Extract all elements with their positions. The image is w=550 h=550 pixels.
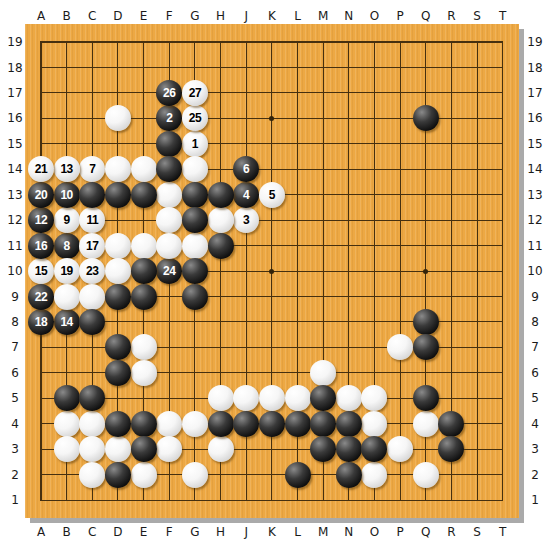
col-label-J-top: J (244, 9, 248, 23)
white-stone-C11: 17 (79, 233, 105, 259)
col-label-O-top: O (370, 9, 379, 23)
row-label-15-right: 15 (527, 137, 542, 151)
col-label-K-top: K (268, 9, 276, 23)
white-stone-H5 (208, 385, 234, 411)
white-stone-Q2 (413, 462, 439, 488)
move-number: 24 (163, 264, 175, 278)
black-stone-H13 (208, 182, 234, 208)
move-number: 25 (189, 111, 201, 125)
move-number: 2 (166, 111, 172, 125)
col-label-H-bottom: H (216, 525, 225, 539)
row-label-8-right: 8 (531, 315, 539, 329)
col-label-E-bottom: E (140, 525, 148, 539)
col-label-P-bottom: P (396, 525, 403, 539)
move-number: 9 (64, 213, 70, 227)
white-stone-O4 (361, 411, 387, 437)
move-number: 5 (269, 188, 275, 202)
white-stone-O2 (361, 462, 387, 488)
white-stone-G16: 25 (182, 105, 208, 131)
black-stone-E10 (131, 258, 157, 284)
row-label-19-right: 19 (527, 35, 542, 49)
row-label-6-left: 6 (11, 366, 19, 380)
col-label-T-top: T (499, 9, 506, 23)
col-label-D-bottom: D (113, 525, 122, 539)
white-stone-K13: 5 (259, 182, 285, 208)
white-stone-N5 (336, 385, 362, 411)
row-label-2-left: 2 (11, 468, 19, 482)
white-stone-G17: 27 (182, 80, 208, 106)
black-stone-E9 (131, 284, 157, 310)
black-stone-Q16 (413, 105, 439, 131)
black-stone-Q7 (413, 334, 439, 360)
row-label-1-left: 1 (11, 493, 19, 507)
white-stone-B10: 19 (54, 258, 80, 284)
row-label-3-right: 3 (531, 442, 539, 456)
black-stone-A12: 12 (28, 207, 54, 233)
row-label-15-left: 15 (7, 137, 22, 151)
row-label-6-right: 6 (531, 366, 539, 380)
white-stone-A10: 15 (28, 258, 54, 284)
black-stone-J13: 4 (233, 182, 259, 208)
move-number: 13 (60, 162, 72, 176)
move-number: 16 (35, 239, 47, 253)
row-label-2-right: 2 (531, 468, 539, 482)
black-stone-B8: 14 (54, 309, 80, 335)
black-stone-D9 (105, 284, 131, 310)
row-label-7-left: 7 (11, 340, 19, 354)
col-label-K-bottom: K (268, 525, 276, 539)
move-number: 15 (35, 264, 47, 278)
col-label-P-top: P (396, 9, 403, 23)
col-label-Q-bottom: Q (421, 525, 430, 539)
col-label-L-bottom: L (294, 525, 301, 539)
row-label-9-left: 9 (11, 290, 19, 304)
white-stone-F11 (156, 233, 182, 259)
move-number: 7 (89, 162, 95, 176)
star-point (423, 269, 428, 274)
white-stone-G11 (182, 233, 208, 259)
black-stone-G9 (182, 284, 208, 310)
move-number: 20 (35, 188, 47, 202)
black-stone-L4 (285, 411, 311, 437)
black-stone-A11: 16 (28, 233, 54, 259)
white-stone-H3 (208, 436, 234, 462)
go-diagram: ABCDEFGHJKLMNOPQRST ABCDEFGHJKLMNOPQRST … (0, 0, 550, 550)
white-stone-B3 (54, 436, 80, 462)
col-label-M-top: M (318, 9, 328, 23)
white-stone-D11 (105, 233, 131, 259)
black-stone-D2 (105, 462, 131, 488)
row-label-17-left: 17 (7, 86, 22, 100)
black-stone-C13 (79, 182, 105, 208)
row-label-10-left: 10 (7, 264, 22, 278)
black-stone-H11 (208, 233, 234, 259)
move-number: 6 (243, 162, 249, 176)
move-number: 3 (243, 213, 249, 227)
black-stone-G12 (182, 207, 208, 233)
row-label-7-right: 7 (531, 340, 539, 354)
black-stone-F17: 26 (156, 80, 182, 106)
black-stone-G10 (182, 258, 208, 284)
white-stone-C2 (79, 462, 105, 488)
row-label-16-right: 16 (527, 111, 542, 125)
row-label-4-left: 4 (11, 417, 19, 431)
black-stone-N3 (336, 436, 362, 462)
go-board[interactable]: 1234567891011121314151617181920212223242… (25, 24, 519, 518)
row-label-19-left: 19 (7, 35, 22, 49)
white-stone-G15: 1 (182, 131, 208, 157)
white-stone-G14 (182, 156, 208, 182)
row-label-10-right: 10 (527, 264, 542, 278)
black-stone-F15 (156, 131, 182, 157)
black-stone-G13 (182, 182, 208, 208)
row-label-1-right: 1 (531, 493, 539, 507)
col-label-O-bottom: O (370, 525, 379, 539)
col-label-D-top: D (113, 9, 122, 23)
row-label-18-right: 18 (527, 61, 542, 75)
row-label-16-left: 16 (7, 111, 22, 125)
white-stone-E6 (131, 360, 157, 386)
col-label-B-top: B (63, 9, 71, 23)
col-label-M-bottom: M (318, 525, 328, 539)
black-stone-C8 (79, 309, 105, 335)
black-stone-D13 (105, 182, 131, 208)
white-stone-E2 (131, 462, 157, 488)
move-number: 17 (86, 239, 98, 253)
col-label-G-top: G (190, 9, 199, 23)
col-label-R-bottom: R (447, 525, 455, 539)
col-label-F-top: F (166, 9, 173, 23)
white-stone-H12 (208, 207, 234, 233)
white-stone-D16 (105, 105, 131, 131)
black-stone-N4 (336, 411, 362, 437)
white-stone-D14 (105, 156, 131, 182)
col-label-H-top: H (216, 9, 225, 23)
white-stone-B4 (54, 411, 80, 437)
col-label-F-bottom: F (166, 525, 173, 539)
row-label-18-left: 18 (7, 61, 22, 75)
move-number: 12 (35, 213, 47, 227)
row-label-13-left: 13 (7, 188, 22, 202)
move-number: 21 (35, 162, 47, 176)
col-label-A-top: A (37, 9, 45, 23)
move-number: 10 (60, 188, 72, 202)
black-stone-B11: 8 (54, 233, 80, 259)
white-stone-L5 (285, 385, 311, 411)
move-number: 19 (60, 264, 72, 278)
move-number: 8 (64, 239, 70, 253)
row-label-5-left: 5 (11, 391, 19, 405)
black-stone-E3 (131, 436, 157, 462)
col-label-E-top: E (140, 9, 148, 23)
move-number: 18 (35, 315, 47, 329)
black-stone-A9: 22 (28, 284, 54, 310)
white-stone-E14 (131, 156, 157, 182)
col-label-S-bottom: S (473, 525, 481, 539)
col-label-S-top: S (473, 9, 481, 23)
white-stone-C4 (79, 411, 105, 437)
move-number: 27 (189, 86, 201, 100)
col-label-C-top: C (88, 9, 96, 23)
black-stone-R4 (438, 411, 464, 437)
move-number: 26 (163, 86, 175, 100)
move-number: 4 (243, 188, 249, 202)
white-stone-E7 (131, 334, 157, 360)
col-label-N-bottom: N (344, 525, 353, 539)
white-stone-B9 (54, 284, 80, 310)
white-stone-K5 (259, 385, 285, 411)
move-number: 11 (86, 213, 98, 227)
row-label-11-right: 11 (527, 239, 542, 253)
white-stone-Q4 (413, 411, 439, 437)
white-stone-G4 (182, 411, 208, 437)
black-stone-D6 (105, 360, 131, 386)
black-stone-Q8 (413, 309, 439, 335)
col-label-A-bottom: A (37, 525, 45, 539)
white-stone-B14: 13 (54, 156, 80, 182)
col-label-L-top: L (294, 9, 301, 23)
white-stone-G2 (182, 462, 208, 488)
black-stone-A8: 18 (28, 309, 54, 335)
move-number: 23 (86, 264, 98, 278)
col-label-T-bottom: T (499, 525, 506, 539)
col-label-R-top: R (447, 9, 455, 23)
row-label-14-right: 14 (527, 162, 542, 176)
row-label-13-right: 13 (527, 188, 542, 202)
col-label-C-bottom: C (88, 525, 96, 539)
row-label-14-left: 14 (7, 162, 22, 176)
star-point (269, 269, 274, 274)
black-stone-Q5 (413, 385, 439, 411)
black-stone-B13: 10 (54, 182, 80, 208)
black-stone-N2 (336, 462, 362, 488)
white-stone-M6 (310, 360, 336, 386)
white-stone-B12: 9 (54, 207, 80, 233)
col-label-Q-top: Q (421, 9, 430, 23)
black-stone-D4 (105, 411, 131, 437)
row-label-11-left: 11 (7, 239, 22, 253)
col-label-J-bottom: J (244, 525, 248, 539)
black-stone-K4 (259, 411, 285, 437)
col-label-N-top: N (344, 9, 353, 23)
row-label-9-right: 9 (531, 290, 539, 304)
col-label-G-bottom: G (190, 525, 199, 539)
black-stone-M4 (310, 411, 336, 437)
black-stone-H4 (208, 411, 234, 437)
row-label-12-left: 12 (7, 213, 22, 227)
row-label-3-left: 3 (11, 442, 19, 456)
black-stone-B5 (54, 385, 80, 411)
black-stone-E4 (131, 411, 157, 437)
move-number: 22 (35, 290, 47, 304)
white-stone-F4 (156, 411, 182, 437)
row-label-5-right: 5 (531, 391, 539, 405)
move-number: 14 (60, 315, 72, 329)
white-stone-C9 (79, 284, 105, 310)
white-stone-F13 (156, 182, 182, 208)
row-label-12-right: 12 (527, 213, 542, 227)
black-stone-J4 (233, 411, 259, 437)
row-label-4-right: 4 (531, 417, 539, 431)
black-stone-E13 (131, 182, 157, 208)
black-stone-L2 (285, 462, 311, 488)
white-stone-D10 (105, 258, 131, 284)
white-stone-D3 (105, 436, 131, 462)
row-label-8-left: 8 (11, 315, 19, 329)
white-stone-E11 (131, 233, 157, 259)
row-label-17-right: 17 (527, 86, 542, 100)
move-number: 1 (192, 137, 198, 151)
col-label-B-bottom: B (63, 525, 71, 539)
black-stone-A13: 20 (28, 182, 54, 208)
